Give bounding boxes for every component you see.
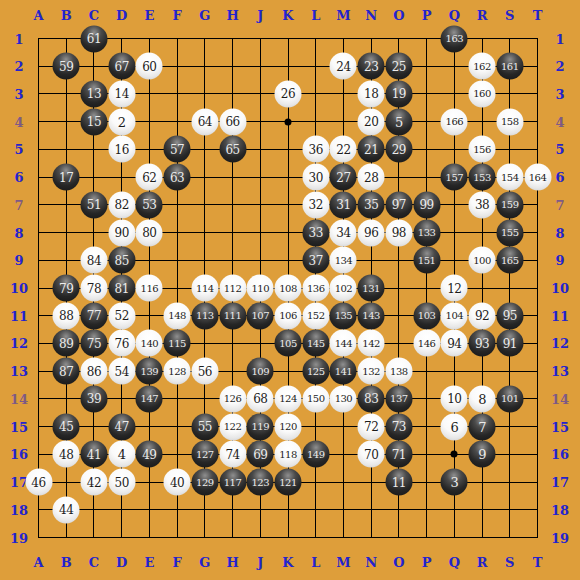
- stone-black[interactable]: 39: [80, 385, 107, 412]
- stone-white[interactable]: 48: [53, 441, 80, 468]
- stone-black[interactable]: 165: [496, 247, 523, 274]
- stone-black[interactable]: 69: [247, 441, 274, 468]
- stone-move-number: 48: [59, 448, 73, 460]
- coordinate-label-column: G: [199, 8, 210, 23]
- stone-black[interactable]: 151: [413, 247, 440, 274]
- stone-move-number: 67: [115, 60, 129, 72]
- stone-black[interactable]: 143: [358, 302, 385, 329]
- stone-white[interactable]: 46: [25, 469, 52, 496]
- stone-move-number: 71: [392, 448, 406, 460]
- stone-move-number: 166: [446, 117, 464, 127]
- stone-move-number: 139: [141, 366, 159, 376]
- coordinate-label-row: 13: [551, 364, 569, 379]
- stone-move-number: 85: [115, 254, 129, 266]
- go-board-diagram: AABBCCDDEEFFGGHHJJKKLLMMNNOOPPQQRRSSTT11…: [0, 0, 580, 580]
- stone-black[interactable]: 95: [496, 302, 523, 329]
- stone-white[interactable]: 22: [330, 136, 357, 163]
- stone-white[interactable]: 14: [108, 80, 135, 107]
- stone-black[interactable]: 89: [53, 330, 80, 357]
- stone-move-number: 28: [364, 171, 378, 183]
- stone-move-number: 127: [196, 449, 214, 459]
- coordinate-label-column: S: [505, 555, 514, 570]
- stone-white[interactable]: 26: [275, 80, 302, 107]
- stone-move-number: 7: [478, 420, 486, 433]
- coordinate-label-row: 14: [10, 391, 28, 406]
- stone-white[interactable]: 120: [275, 413, 302, 440]
- stone-move-number: 148: [168, 311, 186, 321]
- coordinate-label-column: C: [89, 8, 99, 23]
- stone-black[interactable]: 55: [191, 413, 218, 440]
- stone-black[interactable]: 99: [413, 191, 440, 218]
- stone-move-number: 110: [251, 283, 269, 293]
- stone-move-number: 104: [446, 311, 464, 321]
- stone-move-number: 116: [141, 283, 159, 293]
- stone-white[interactable]: 162: [469, 53, 496, 80]
- stone-white[interactable]: 110: [247, 275, 274, 302]
- stone-move-number: 109: [251, 366, 269, 376]
- coordinate-label-column: K: [282, 555, 293, 570]
- stone-move-number: 114: [196, 283, 214, 293]
- stone-white[interactable]: 112: [219, 275, 246, 302]
- stone-move-number: 79: [59, 282, 73, 294]
- coordinate-label-row: 17: [551, 475, 569, 490]
- stone-move-number: 51: [87, 199, 101, 211]
- stone-white[interactable]: 156: [469, 136, 496, 163]
- stone-white[interactable]: 68: [247, 385, 274, 412]
- stone-white[interactable]: 142: [358, 330, 385, 357]
- stone-white[interactable]: 76: [108, 330, 135, 357]
- coordinate-label-row: 4: [14, 114, 23, 129]
- stone-black[interactable]: 97: [385, 191, 412, 218]
- coordinate-label-row: 7: [14, 197, 23, 212]
- coordinate-label-row: 10: [10, 281, 28, 296]
- stone-white[interactable]: 18: [358, 80, 385, 107]
- stone-black[interactable]: 131: [358, 275, 385, 302]
- stone-black[interactable]: 25: [385, 53, 412, 80]
- stone-move-number: 25: [392, 60, 406, 72]
- stone-black[interactable]: 65: [219, 136, 246, 163]
- stone-move-number: 12: [447, 282, 461, 294]
- stone-white[interactable]: 84: [80, 247, 107, 274]
- stone-black[interactable]: 15: [80, 108, 107, 135]
- stone-black[interactable]: 13: [80, 80, 107, 107]
- stone-black[interactable]: 73: [385, 413, 412, 440]
- coordinate-label-column: A: [33, 8, 43, 23]
- stone-move-number: 22: [336, 143, 350, 155]
- stone-black[interactable]: 57: [164, 136, 191, 163]
- stone-white[interactable]: 90: [108, 219, 135, 246]
- stone-black[interactable]: 59: [53, 53, 80, 80]
- stone-white[interactable]: 80: [136, 219, 163, 246]
- stone-black[interactable]: 115: [164, 330, 191, 357]
- grid-line-horizontal: [38, 509, 538, 510]
- stone-move-number: 37: [309, 254, 323, 266]
- stone-black[interactable]: 91: [496, 330, 523, 357]
- stone-black[interactable]: 75: [80, 330, 107, 357]
- stone-black[interactable]: 9: [469, 441, 496, 468]
- stone-move-number: 135: [335, 311, 353, 321]
- stone-black[interactable]: 121: [275, 469, 302, 496]
- stone-white[interactable]: 124: [275, 385, 302, 412]
- stone-move-number: 161: [501, 61, 519, 71]
- stone-black[interactable]: 19: [385, 80, 412, 107]
- stone-move-number: 134: [335, 255, 353, 265]
- coordinate-label-column: Q: [449, 8, 460, 23]
- stone-black[interactable]: 81: [108, 275, 135, 302]
- stone-move-number: 144: [335, 338, 353, 348]
- coordinate-label-row: 9: [14, 253, 23, 268]
- stone-white[interactable]: 66: [219, 108, 246, 135]
- stone-black[interactable]: 103: [413, 302, 440, 329]
- coordinate-label-row: 8: [555, 225, 564, 240]
- stone-move-number: 152: [307, 311, 325, 321]
- stone-move-number: 17: [59, 171, 73, 183]
- coordinate-label-row: 19: [10, 530, 28, 545]
- stone-white[interactable]: 8: [469, 385, 496, 412]
- stone-move-number: 33: [309, 227, 323, 239]
- stone-white[interactable]: 116: [136, 275, 163, 302]
- stone-white[interactable]: 86: [80, 358, 107, 385]
- coordinate-label-column: D: [116, 8, 127, 23]
- stone-black[interactable]: 109: [247, 358, 274, 385]
- stone-move-number: 42: [87, 476, 101, 488]
- stone-move-number: 56: [198, 365, 212, 377]
- stone-move-number: 62: [142, 171, 156, 183]
- stone-black[interactable]: 107: [247, 302, 274, 329]
- stone-black[interactable]: 47: [108, 413, 135, 440]
- stone-move-number: 3: [450, 476, 458, 489]
- stone-white[interactable]: 118: [275, 441, 302, 468]
- stone-black[interactable]: 31: [330, 191, 357, 218]
- stone-black[interactable]: 145: [302, 330, 329, 357]
- stone-move-number: 18: [364, 88, 378, 100]
- stone-black[interactable]: 141: [330, 358, 357, 385]
- coordinate-label-column: N: [365, 555, 377, 570]
- stone-white[interactable]: 82: [108, 191, 135, 218]
- coordinate-label-column: Q: [449, 555, 460, 570]
- stone-white[interactable]: 106: [275, 302, 302, 329]
- stone-black[interactable]: 27: [330, 164, 357, 191]
- stone-black[interactable]: 113: [191, 302, 218, 329]
- stone-black[interactable]: 161: [496, 53, 523, 80]
- stone-black[interactable]: 41: [80, 441, 107, 468]
- stone-black[interactable]: 155: [496, 219, 523, 246]
- stone-move-number: 29: [392, 143, 406, 155]
- stone-white[interactable]: 100: [469, 247, 496, 274]
- stone-black[interactable]: 61: [80, 25, 107, 52]
- stone-black[interactable]: 157: [441, 164, 468, 191]
- stone-move-number: 44: [59, 504, 73, 516]
- stone-move-number: 145: [307, 338, 325, 348]
- stone-move-number: 83: [364, 393, 378, 405]
- stone-move-number: 81: [115, 282, 129, 294]
- stone-move-number: 118: [279, 449, 297, 459]
- stone-black[interactable]: 3: [441, 469, 468, 496]
- stone-move-number: 11: [392, 476, 406, 488]
- stone-move-number: 32: [309, 199, 323, 211]
- coordinate-label-row: 6: [555, 170, 564, 185]
- stone-move-number: 75: [87, 337, 101, 349]
- stone-black[interactable]: 83: [358, 385, 385, 412]
- stone-white[interactable]: 12: [441, 275, 468, 302]
- stone-white[interactable]: 56: [191, 358, 218, 385]
- stone-black[interactable]: 101: [496, 385, 523, 412]
- stone-move-number: 63: [170, 171, 184, 183]
- stone-white[interactable]: 88: [53, 302, 80, 329]
- stone-move-number: 113: [196, 311, 214, 321]
- stone-move-number: 107: [251, 311, 269, 321]
- coordinate-label-row: 5: [14, 142, 23, 157]
- stone-white[interactable]: 10: [441, 385, 468, 412]
- stone-white[interactable]: 102: [330, 275, 357, 302]
- grid-line-vertical: [426, 38, 427, 538]
- stone-move-number: 82: [115, 199, 129, 211]
- stone-move-number: 140: [141, 338, 159, 348]
- stone-black[interactable]: 23: [358, 53, 385, 80]
- stone-white[interactable]: 130: [330, 385, 357, 412]
- stone-move-number: 112: [224, 283, 242, 293]
- stone-move-number: 64: [198, 116, 212, 128]
- stone-black[interactable]: 79: [53, 275, 80, 302]
- stone-white[interactable]: 150: [302, 385, 329, 412]
- stone-white[interactable]: 158: [496, 108, 523, 135]
- coordinate-label-row: 14: [551, 391, 569, 406]
- stone-move-number: 157: [446, 172, 464, 182]
- stone-move-number: 136: [307, 283, 325, 293]
- stone-move-number: 122: [224, 422, 242, 432]
- stone-white[interactable]: 104: [441, 302, 468, 329]
- stone-white[interactable]: 30: [302, 164, 329, 191]
- stone-move-number: 158: [501, 117, 519, 127]
- stone-white[interactable]: 16: [108, 136, 135, 163]
- stone-move-number: 10: [447, 393, 461, 405]
- stone-black[interactable]: 53: [136, 191, 163, 218]
- coordinate-label-column: E: [144, 8, 154, 23]
- coordinate-label-column: P: [422, 555, 432, 570]
- stone-white[interactable]: 28: [358, 164, 385, 191]
- coordinate-label-column: H: [226, 8, 238, 23]
- stone-black[interactable]: 105: [275, 330, 302, 357]
- stone-white[interactable]: 50: [108, 469, 135, 496]
- stone-move-number: 84: [87, 254, 101, 266]
- stone-white[interactable]: 164: [524, 164, 551, 191]
- stone-black[interactable]: 17: [53, 164, 80, 191]
- coordinate-label-column: D: [116, 555, 127, 570]
- stone-move-number: 68: [253, 393, 267, 405]
- stone-black[interactable]: 35: [358, 191, 385, 218]
- stone-white[interactable]: 140: [136, 330, 163, 357]
- grid-line-vertical: [537, 38, 538, 538]
- stone-white[interactable]: 54: [108, 358, 135, 385]
- stone-white[interactable]: 136: [302, 275, 329, 302]
- stone-black[interactable]: 33: [302, 219, 329, 246]
- stone-white[interactable]: 42: [80, 469, 107, 496]
- stone-move-number: 77: [87, 310, 101, 322]
- stone-black[interactable]: 153: [469, 164, 496, 191]
- stone-move-number: 52: [115, 310, 129, 322]
- stone-black[interactable]: 11: [385, 469, 412, 496]
- stone-white[interactable]: 96: [358, 219, 385, 246]
- stone-move-number: 6: [450, 420, 458, 433]
- stone-white[interactable]: 20: [358, 108, 385, 135]
- stone-white[interactable]: 152: [302, 302, 329, 329]
- stone-white[interactable]: 4: [108, 441, 135, 468]
- stone-black[interactable]: 51: [80, 191, 107, 218]
- stone-white[interactable]: 128: [164, 358, 191, 385]
- stone-move-number: 24: [336, 60, 350, 72]
- stone-black[interactable]: 137: [385, 385, 412, 412]
- stone-black[interactable]: 67: [108, 53, 135, 80]
- stone-black[interactable]: 87: [53, 358, 80, 385]
- stone-move-number: 27: [336, 171, 350, 183]
- stone-black[interactable]: 71: [385, 441, 412, 468]
- stone-move-number: 46: [31, 476, 45, 488]
- stone-move-number: 61: [87, 33, 101, 45]
- stone-black[interactable]: 117: [219, 469, 246, 496]
- stone-white[interactable]: 74: [219, 441, 246, 468]
- stone-move-number: 55: [198, 421, 212, 433]
- stone-white[interactable]: 146: [413, 330, 440, 357]
- stone-black[interactable]: 147: [136, 385, 163, 412]
- stone-black[interactable]: 5: [385, 108, 412, 135]
- stone-move-number: 119: [251, 422, 269, 432]
- stone-white[interactable]: 98: [385, 219, 412, 246]
- stone-black[interactable]: 139: [136, 358, 163, 385]
- stone-black[interactable]: 127: [191, 441, 218, 468]
- stone-white[interactable]: 6: [441, 413, 468, 440]
- stone-white[interactable]: 32: [302, 191, 329, 218]
- stone-black[interactable]: 163: [441, 25, 468, 52]
- stone-white[interactable]: 166: [441, 108, 468, 135]
- stone-move-number: 103: [418, 311, 436, 321]
- stone-move-number: 19: [392, 88, 406, 100]
- stone-white[interactable]: 126: [219, 385, 246, 412]
- stone-move-number: 80: [142, 227, 156, 239]
- stone-black[interactable]: 49: [136, 441, 163, 468]
- stone-move-number: 34: [336, 227, 350, 239]
- stone-white[interactable]: 154: [496, 164, 523, 191]
- stone-move-number: 115: [168, 338, 186, 348]
- coordinate-label-row: 12: [10, 336, 28, 351]
- stone-black[interactable]: 135: [330, 302, 357, 329]
- coordinate-label-column: K: [282, 8, 293, 23]
- stone-black[interactable]: 123: [247, 469, 274, 496]
- stone-white[interactable]: 70: [358, 441, 385, 468]
- stone-black[interactable]: 125: [302, 358, 329, 385]
- stone-black[interactable]: 133: [413, 219, 440, 246]
- stone-move-number: 150: [307, 394, 325, 404]
- stone-move-number: 91: [503, 337, 517, 349]
- stone-white[interactable]: 144: [330, 330, 357, 357]
- stone-white[interactable]: 44: [53, 496, 80, 523]
- stone-white[interactable]: 132: [358, 358, 385, 385]
- stone-white[interactable]: 36: [302, 136, 329, 163]
- stone-move-number: 98: [392, 227, 406, 239]
- stone-move-number: 92: [475, 310, 489, 322]
- stone-move-number: 155: [501, 228, 519, 238]
- stone-move-number: 86: [87, 365, 101, 377]
- stone-white[interactable]: 108: [275, 275, 302, 302]
- stone-black[interactable]: 85: [108, 247, 135, 274]
- stone-white[interactable]: 38: [469, 191, 496, 218]
- stone-white[interactable]: 2: [108, 108, 135, 135]
- stone-move-number: 142: [362, 338, 380, 348]
- stone-black[interactable]: 77: [80, 302, 107, 329]
- stone-move-number: 21: [364, 143, 378, 155]
- stone-white[interactable]: 134: [330, 247, 357, 274]
- stone-move-number: 93: [475, 337, 489, 349]
- stone-white[interactable]: 114: [191, 275, 218, 302]
- stone-white[interactable]: 60: [136, 53, 163, 80]
- stone-white[interactable]: 148: [164, 302, 191, 329]
- coordinate-label-column: M: [336, 8, 350, 23]
- stone-black[interactable]: 21: [358, 136, 385, 163]
- stone-white[interactable]: 138: [385, 358, 412, 385]
- coordinate-label-column: C: [89, 555, 99, 570]
- stone-black[interactable]: 7: [469, 413, 496, 440]
- stone-white[interactable]: 62: [136, 164, 163, 191]
- stone-black[interactable]: 111: [219, 302, 246, 329]
- stone-white[interactable]: 160: [469, 80, 496, 107]
- stone-move-number: 132: [362, 366, 380, 376]
- stone-move-number: 153: [473, 172, 491, 182]
- coordinate-label-row: 10: [551, 281, 569, 296]
- stone-move-number: 14: [115, 88, 129, 100]
- coordinate-label-column: R: [477, 8, 488, 23]
- coordinate-label-column: J: [257, 555, 263, 570]
- stone-black[interactable]: 29: [385, 136, 412, 163]
- stone-move-number: 87: [59, 365, 73, 377]
- stone-white[interactable]: 72: [358, 413, 385, 440]
- stone-move-number: 70: [364, 448, 378, 460]
- coordinate-label-row: 8: [14, 225, 23, 240]
- stone-white[interactable]: 52: [108, 302, 135, 329]
- stone-move-number: 111: [224, 311, 242, 321]
- stone-white[interactable]: 94: [441, 330, 468, 357]
- stone-white[interactable]: 34: [330, 219, 357, 246]
- stone-black[interactable]: 63: [164, 164, 191, 191]
- coordinate-label-row: 18: [10, 502, 28, 517]
- stone-black[interactable]: 37: [302, 247, 329, 274]
- coordinate-label-column: N: [365, 8, 377, 23]
- stone-black[interactable]: 119: [247, 413, 274, 440]
- stone-move-number: 73: [392, 421, 406, 433]
- stone-black[interactable]: 45: [53, 413, 80, 440]
- stone-white[interactable]: 40: [164, 469, 191, 496]
- coordinate-label-column: L: [311, 555, 320, 570]
- stone-move-number: 20: [364, 116, 378, 128]
- stone-move-number: 121: [279, 477, 297, 487]
- stone-black[interactable]: 159: [496, 191, 523, 218]
- stone-move-number: 4: [118, 448, 126, 461]
- stone-white[interactable]: 64: [191, 108, 218, 135]
- coordinate-label-column: M: [336, 555, 350, 570]
- stone-black[interactable]: 149: [302, 441, 329, 468]
- stone-white[interactable]: 122: [219, 413, 246, 440]
- coordinate-label-column: H: [226, 555, 238, 570]
- stone-move-number: 105: [279, 338, 297, 348]
- stone-white[interactable]: 78: [80, 275, 107, 302]
- stone-white[interactable]: 24: [330, 53, 357, 80]
- stone-move-number: 160: [473, 89, 491, 99]
- stone-move-number: 143: [362, 311, 380, 321]
- stone-white[interactable]: 92: [469, 302, 496, 329]
- stone-black[interactable]: 129: [191, 469, 218, 496]
- stone-move-number: 102: [335, 283, 353, 293]
- stone-move-number: 165: [501, 255, 519, 265]
- stone-move-number: 141: [335, 366, 353, 376]
- stone-black[interactable]: 93: [469, 330, 496, 357]
